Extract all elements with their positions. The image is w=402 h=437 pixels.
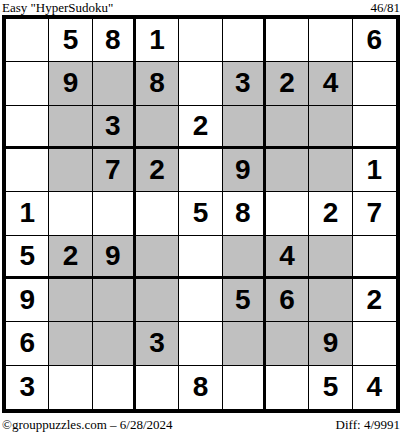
cell-r3c6[interactable]: [223, 106, 266, 149]
cell-r4c8[interactable]: [309, 149, 352, 192]
puzzle-page: Easy "HyperSudoku" 46/81 581698324327291…: [0, 0, 402, 437]
cell-r3c7[interactable]: [266, 106, 309, 149]
cell-r6c1[interactable]: 5: [6, 236, 49, 279]
cell-r9c7[interactable]: [266, 366, 309, 409]
cell-r5c4[interactable]: [136, 192, 179, 235]
cell-r7c1[interactable]: 9: [6, 279, 49, 322]
cell-r8c2[interactable]: [49, 322, 92, 365]
cell-r4c7[interactable]: [266, 149, 309, 192]
cell-r2c4[interactable]: 8: [136, 62, 179, 105]
cell-r1c6[interactable]: [223, 19, 266, 62]
cell-r7c3[interactable]: [93, 279, 136, 322]
cell-r4c9[interactable]: 1: [353, 149, 396, 192]
cell-r5c7[interactable]: [266, 192, 309, 235]
cell-r2c6[interactable]: 3: [223, 62, 266, 105]
cell-r9c1[interactable]: 3: [6, 366, 49, 409]
cell-r9c8[interactable]: 5: [309, 366, 352, 409]
cell-r5c3[interactable]: [93, 192, 136, 235]
cell-r5c8[interactable]: 2: [309, 192, 352, 235]
cell-r3c4[interactable]: [136, 106, 179, 149]
cell-r2c2[interactable]: 9: [49, 62, 92, 105]
difficulty-text: Diff: 4/9991: [336, 417, 400, 433]
cell-r8c5[interactable]: [179, 322, 222, 365]
cell-r1c3[interactable]: 8: [93, 19, 136, 62]
cell-r1c4[interactable]: 1: [136, 19, 179, 62]
cell-r7c5[interactable]: [179, 279, 222, 322]
cell-r4c2[interactable]: [49, 149, 92, 192]
cell-r6c8[interactable]: [309, 236, 352, 279]
cell-r7c6[interactable]: 5: [223, 279, 266, 322]
cell-r8c8[interactable]: 9: [309, 322, 352, 365]
cell-r1c9[interactable]: 6: [353, 19, 396, 62]
cell-r1c2[interactable]: 5: [49, 19, 92, 62]
cell-r4c3[interactable]: 7: [93, 149, 136, 192]
cell-r3c3[interactable]: 3: [93, 106, 136, 149]
blank-count: 46/81: [370, 1, 400, 15]
cell-r7c7[interactable]: 6: [266, 279, 309, 322]
cell-r3c8[interactable]: [309, 106, 352, 149]
cell-r7c9[interactable]: 2: [353, 279, 396, 322]
cell-r6c3[interactable]: 9: [93, 236, 136, 279]
cell-r2c9[interactable]: [353, 62, 396, 105]
cell-r5c2[interactable]: [49, 192, 92, 235]
header: Easy "HyperSudoku" 46/81: [0, 0, 402, 15]
cell-r7c8[interactable]: [309, 279, 352, 322]
cell-r5c9[interactable]: 7: [353, 192, 396, 235]
cell-r8c9[interactable]: [353, 322, 396, 365]
cell-r8c4[interactable]: 3: [136, 322, 179, 365]
cell-r9c5[interactable]: 8: [179, 366, 222, 409]
cell-r6c9[interactable]: [353, 236, 396, 279]
cell-r4c6[interactable]: 9: [223, 149, 266, 192]
cell-r6c7[interactable]: 4: [266, 236, 309, 279]
cell-r1c8[interactable]: [309, 19, 352, 62]
cell-r8c6[interactable]: [223, 322, 266, 365]
cell-r5c5[interactable]: 5: [179, 192, 222, 235]
cell-r6c4[interactable]: [136, 236, 179, 279]
cell-r6c6[interactable]: [223, 236, 266, 279]
cell-r7c4[interactable]: [136, 279, 179, 322]
cell-r5c6[interactable]: 8: [223, 192, 266, 235]
cell-r6c2[interactable]: 2: [49, 236, 92, 279]
cell-r4c4[interactable]: 2: [136, 149, 179, 192]
cell-r4c5[interactable]: [179, 149, 222, 192]
sudoku-board: 58169832432729115827529495626393854: [2, 15, 400, 413]
cell-r9c4[interactable]: [136, 366, 179, 409]
cell-r7c2[interactable]: [49, 279, 92, 322]
cell-r9c3[interactable]: [93, 366, 136, 409]
cell-r3c2[interactable]: [49, 106, 92, 149]
cell-r8c3[interactable]: [93, 322, 136, 365]
copyright-text: ©grouppuzzles.com – 6/28/2024: [2, 417, 173, 433]
cell-r2c3[interactable]: [93, 62, 136, 105]
cell-r3c9[interactable]: [353, 106, 396, 149]
cell-r6c5[interactable]: [179, 236, 222, 279]
cell-r2c7[interactable]: 2: [266, 62, 309, 105]
cell-r3c5[interactable]: 2: [179, 106, 222, 149]
cell-r3c1[interactable]: [6, 106, 49, 149]
cell-r2c8[interactable]: 4: [309, 62, 352, 105]
cell-r5c1[interactable]: 1: [6, 192, 49, 235]
footer: ©grouppuzzles.com – 6/28/2024 Diff: 4/99…: [0, 413, 402, 437]
puzzle-title: Easy "HyperSudoku": [2, 1, 113, 15]
cell-r4c1[interactable]: [6, 149, 49, 192]
cell-r1c5[interactable]: [179, 19, 222, 62]
cell-r9c2[interactable]: [49, 366, 92, 409]
cell-r1c7[interactable]: [266, 19, 309, 62]
cell-r8c1[interactable]: 6: [6, 322, 49, 365]
cell-r1c1[interactable]: [6, 19, 49, 62]
cell-r9c9[interactable]: 4: [353, 366, 396, 409]
cell-r8c7[interactable]: [266, 322, 309, 365]
cell-r2c5[interactable]: [179, 62, 222, 105]
cell-r9c6[interactable]: [223, 366, 266, 409]
cell-r2c1[interactable]: [6, 62, 49, 105]
